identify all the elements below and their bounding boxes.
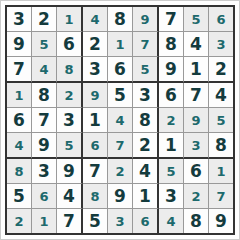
cell-r6c5[interactable]: 7 xyxy=(108,133,133,159)
cell-r2c2[interactable]: 5 xyxy=(32,32,57,57)
cell-r7c5[interactable]: 2 xyxy=(108,159,133,184)
cell-r8c5[interactable]: 9 xyxy=(108,184,133,209)
cell-r3c6[interactable]: 5 xyxy=(133,57,159,83)
cell-r2c8[interactable]: 4 xyxy=(184,32,209,57)
cell-r7c3[interactable]: 9 xyxy=(57,159,83,184)
cell-r1c3[interactable]: 1 xyxy=(57,7,83,32)
cell-r9c1[interactable]: 2 xyxy=(7,209,32,233)
cell-r6c2[interactable]: 9 xyxy=(32,133,57,159)
cell-r2c9[interactable]: 3 xyxy=(209,32,233,57)
cell-r5c9[interactable]: 5 xyxy=(209,108,233,133)
cell-r6c8[interactable]: 3 xyxy=(184,133,209,159)
cell-r4c9[interactable]: 4 xyxy=(209,83,233,108)
cell-r6c9[interactable]: 8 xyxy=(209,133,233,159)
cell-r8c6[interactable]: 1 xyxy=(133,184,159,209)
cell-r5c2[interactable]: 7 xyxy=(32,108,57,133)
cell-r5c8[interactable]: 9 xyxy=(184,108,209,133)
cell-r1c4[interactable]: 4 xyxy=(83,7,108,32)
cell-r4c7[interactable]: 6 xyxy=(159,83,184,108)
cell-r3c9[interactable]: 2 xyxy=(209,57,233,83)
cell-r9c8[interactable]: 8 xyxy=(184,209,209,233)
cell-r2c4[interactable]: 2 xyxy=(83,32,108,57)
cell-r4c3[interactable]: 2 xyxy=(57,83,83,108)
cell-r6c4[interactable]: 6 xyxy=(83,133,108,159)
cell-r2c3[interactable]: 6 xyxy=(57,32,83,57)
cell-r5c3[interactable]: 3 xyxy=(57,108,83,133)
cell-r9c4[interactable]: 5 xyxy=(83,209,108,233)
sudoku-grid: 3214897569562178437483659121829536746731… xyxy=(5,5,235,235)
cell-r4c5[interactable]: 5 xyxy=(108,83,133,108)
cell-r8c4[interactable]: 8 xyxy=(83,184,108,209)
cell-r1c7[interactable]: 7 xyxy=(159,7,184,32)
cell-r1c5[interactable]: 8 xyxy=(108,7,133,32)
cell-r6c7[interactable]: 1 xyxy=(159,133,184,159)
cell-r2c5[interactable]: 1 xyxy=(108,32,133,57)
cell-r5c1[interactable]: 6 xyxy=(7,108,32,133)
cell-r4c8[interactable]: 7 xyxy=(184,83,209,108)
cell-r3c4[interactable]: 3 xyxy=(83,57,108,83)
cell-r1c8[interactable]: 5 xyxy=(184,7,209,32)
cell-r9c5[interactable]: 3 xyxy=(108,209,133,233)
cell-r4c4[interactable]: 9 xyxy=(83,83,108,108)
sudoku-page: 3214897569562178437483659121829536746731… xyxy=(0,0,240,240)
cell-r9c7[interactable]: 4 xyxy=(159,209,184,233)
cell-r3c5[interactable]: 6 xyxy=(108,57,133,83)
cell-r9c9[interactable]: 9 xyxy=(209,209,233,233)
cell-r1c6[interactable]: 9 xyxy=(133,7,159,32)
cell-r4c1[interactable]: 1 xyxy=(7,83,32,108)
cell-r3c7[interactable]: 9 xyxy=(159,57,184,83)
cell-r1c1[interactable]: 3 xyxy=(7,7,32,32)
cell-r8c9[interactable]: 7 xyxy=(209,184,233,209)
cell-r9c2[interactable]: 1 xyxy=(32,209,57,233)
cell-r6c3[interactable]: 5 xyxy=(57,133,83,159)
cell-r3c1[interactable]: 7 xyxy=(7,57,32,83)
cell-r6c1[interactable]: 4 xyxy=(7,133,32,159)
cell-r7c9[interactable]: 1 xyxy=(209,159,233,184)
cell-r5c7[interactable]: 2 xyxy=(159,108,184,133)
cell-r6c6[interactable]: 2 xyxy=(133,133,159,159)
cell-r8c2[interactable]: 6 xyxy=(32,184,57,209)
cell-r2c1[interactable]: 9 xyxy=(7,32,32,57)
cell-r1c2[interactable]: 2 xyxy=(32,7,57,32)
cell-r5c5[interactable]: 4 xyxy=(108,108,133,133)
cell-r5c4[interactable]: 1 xyxy=(83,108,108,133)
cell-r4c2[interactable]: 8 xyxy=(32,83,57,108)
cell-r2c7[interactable]: 8 xyxy=(159,32,184,57)
cell-r4c6[interactable]: 3 xyxy=(133,83,159,108)
cell-r7c6[interactable]: 4 xyxy=(133,159,159,184)
cell-r3c3[interactable]: 8 xyxy=(57,57,83,83)
cell-r2c6[interactable]: 7 xyxy=(133,32,159,57)
cell-r8c1[interactable]: 5 xyxy=(7,184,32,209)
cell-r1c9[interactable]: 6 xyxy=(209,7,233,32)
cell-r3c2[interactable]: 4 xyxy=(32,57,57,83)
cell-r8c8[interactable]: 2 xyxy=(184,184,209,209)
cell-r5c6[interactable]: 8 xyxy=(133,108,159,133)
cell-r9c6[interactable]: 6 xyxy=(133,209,159,233)
cell-r7c4[interactable]: 7 xyxy=(83,159,108,184)
cell-r3c8[interactable]: 1 xyxy=(184,57,209,83)
cell-r7c1[interactable]: 8 xyxy=(7,159,32,184)
cell-r7c7[interactable]: 5 xyxy=(159,159,184,184)
cell-r8c7[interactable]: 3 xyxy=(159,184,184,209)
cell-r9c3[interactable]: 7 xyxy=(57,209,83,233)
cell-r7c8[interactable]: 6 xyxy=(184,159,209,184)
cell-r8c3[interactable]: 4 xyxy=(57,184,83,209)
cell-r7c2[interactable]: 3 xyxy=(32,159,57,184)
